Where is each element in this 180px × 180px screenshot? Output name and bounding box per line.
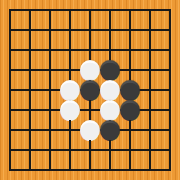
board-point[interactable] — [0, 0, 20, 20]
board-point[interactable] — [160, 0, 180, 20]
board-point[interactable] — [0, 100, 20, 120]
black-stone-glyph: ● — [80, 80, 101, 100]
board-point[interactable] — [20, 160, 40, 180]
board-point[interactable] — [160, 120, 180, 140]
board-point[interactable] — [40, 120, 60, 140]
board-point[interactable] — [20, 100, 40, 120]
board-point[interactable] — [0, 60, 20, 80]
board-point[interactable]: ● — [100, 120, 120, 140]
board-point[interactable] — [40, 160, 60, 180]
board-point[interactable] — [60, 40, 80, 60]
white-stone-glyph: ● — [80, 120, 101, 140]
board-point[interactable] — [140, 120, 160, 140]
board-point[interactable] — [140, 20, 160, 40]
board-point[interactable] — [60, 120, 80, 140]
board-point[interactable] — [60, 0, 80, 20]
board-point[interactable] — [160, 100, 180, 120]
white-stone: ● — [60, 100, 80, 120]
board-point[interactable] — [120, 20, 140, 40]
board-point[interactable] — [40, 20, 60, 40]
board-point[interactable] — [20, 0, 40, 20]
black-stone: ● — [100, 120, 120, 140]
board-point[interactable] — [100, 160, 120, 180]
black-stone-glyph: ● — [120, 100, 141, 120]
board-point[interactable] — [40, 0, 60, 20]
board-point[interactable] — [20, 40, 40, 60]
board-point[interactable] — [0, 40, 20, 60]
board-point[interactable] — [0, 120, 20, 140]
board-point[interactable]: ● — [60, 100, 80, 120]
board-point[interactable] — [100, 140, 120, 160]
board-point[interactable] — [80, 20, 100, 40]
board-point[interactable] — [40, 40, 60, 60]
board-point[interactable] — [160, 20, 180, 40]
board-point[interactable] — [140, 100, 160, 120]
board-point[interactable]: ● — [80, 120, 100, 140]
board-point[interactable] — [140, 0, 160, 20]
board-point[interactable] — [40, 140, 60, 160]
board-point[interactable] — [100, 0, 120, 20]
board-point[interactable] — [40, 60, 60, 80]
board-point[interactable] — [20, 80, 40, 100]
board-point[interactable] — [0, 20, 20, 40]
board-point[interactable] — [20, 140, 40, 160]
white-stone: ● — [80, 120, 100, 140]
board-point[interactable] — [80, 140, 100, 160]
board-point[interactable] — [0, 160, 20, 180]
board-point[interactable] — [160, 140, 180, 160]
board-point[interactable] — [140, 140, 160, 160]
board-point[interactable] — [140, 40, 160, 60]
black-stone: ● — [80, 80, 100, 100]
board-point[interactable] — [120, 120, 140, 140]
board-point[interactable] — [120, 140, 140, 160]
board-point[interactable] — [20, 20, 40, 40]
board-point[interactable] — [60, 160, 80, 180]
board-point[interactable] — [160, 40, 180, 60]
board-point[interactable]: ● — [80, 80, 100, 100]
board-point[interactable] — [0, 140, 20, 160]
board-point[interactable] — [40, 80, 60, 100]
board-point[interactable] — [140, 160, 160, 180]
board-point[interactable] — [20, 120, 40, 140]
go-board: ●●●●●●●●●●● — [0, 0, 180, 180]
board-point[interactable] — [60, 20, 80, 40]
board-point[interactable] — [80, 160, 100, 180]
board-point[interactable] — [60, 140, 80, 160]
board-point[interactable] — [160, 60, 180, 80]
board-point[interactable] — [120, 160, 140, 180]
board-point[interactable] — [140, 80, 160, 100]
board-point[interactable] — [40, 100, 60, 120]
black-stone: ● — [120, 100, 140, 120]
board-point[interactable] — [160, 80, 180, 100]
board-point[interactable] — [0, 80, 20, 100]
board-point[interactable] — [80, 0, 100, 20]
board-point[interactable] — [140, 60, 160, 80]
board-point[interactable] — [160, 160, 180, 180]
board-point[interactable] — [120, 40, 140, 60]
black-stone-glyph: ● — [100, 120, 121, 140]
board-point[interactable] — [120, 0, 140, 20]
board-point[interactable] — [100, 20, 120, 40]
board-point[interactable] — [20, 60, 40, 80]
white-stone-glyph: ● — [60, 100, 81, 120]
board-point[interactable]: ● — [120, 100, 140, 120]
